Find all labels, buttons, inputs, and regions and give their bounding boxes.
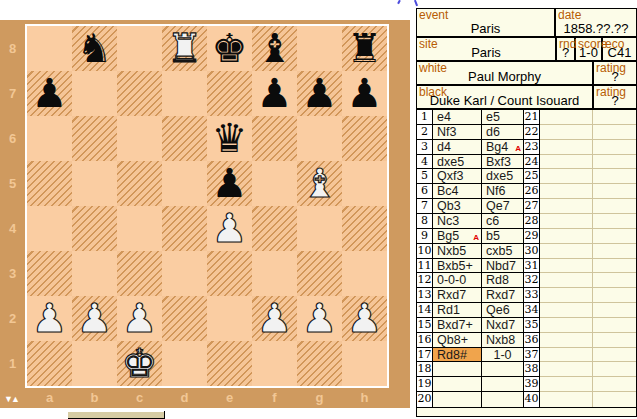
move-number-text: 24 xyxy=(525,155,539,168)
move-white[interactable] xyxy=(540,169,593,184)
header-row-black: black Duke Karl / Count Isouard rating ? xyxy=(417,86,636,110)
square-f2[interactable]: ♟ xyxy=(252,296,297,341)
move-number-text: 36 xyxy=(525,333,539,346)
event-value: Paris xyxy=(417,22,554,35)
move-black[interactable]: Nxd7 xyxy=(482,318,524,333)
move-white[interactable]: 0-0-0 xyxy=(433,273,482,288)
square-g2[interactable]: ♟ xyxy=(297,296,342,341)
move-white-text: Rd1 xyxy=(437,303,460,317)
square-g5[interactable]: ♝ xyxy=(297,161,342,206)
rank-label: 2 xyxy=(0,296,25,341)
piece-black-rook[interactable]: ♜ xyxy=(342,26,387,71)
file-label: a xyxy=(27,388,72,408)
move-black[interactable] xyxy=(593,348,636,363)
move-number: 28 xyxy=(524,214,540,229)
square-e1[interactable] xyxy=(207,341,252,386)
move-black-text: b5 xyxy=(486,229,500,243)
move-number: 4 xyxy=(417,155,433,170)
chess-board: ♞♜♚♝♜♟♟♟♟♛♟♝♟♟♟♟♟♟♟♚ xyxy=(25,24,389,388)
move-number: 18 xyxy=(417,362,433,377)
move-black[interactable] xyxy=(593,392,636,407)
move-white[interactable] xyxy=(540,333,593,348)
square-c4[interactable] xyxy=(117,206,162,251)
piece-black-pawn[interactable]: ♟ xyxy=(207,161,252,206)
flip-board-icon[interactable]: ▼▲ xyxy=(4,394,18,404)
move-number: 29 xyxy=(524,229,540,244)
rank-label: 5 xyxy=(0,161,25,206)
move-number: 35 xyxy=(524,318,540,333)
piece-black-knight[interactable]: ♞ xyxy=(72,26,117,71)
move-black[interactable]: Bxf3 xyxy=(482,155,524,170)
square-c5[interactable] xyxy=(117,161,162,206)
square-g3[interactable] xyxy=(297,251,342,296)
square-h5[interactable] xyxy=(342,161,387,206)
square-b2[interactable]: ♟ xyxy=(72,296,117,341)
move-white[interactable]: Nc3 xyxy=(433,214,482,229)
piece-black-queen[interactable]: ♛ xyxy=(207,116,252,161)
move-black[interactable]: cxb5 xyxy=(482,244,524,259)
move-white[interactable] xyxy=(540,110,593,125)
square-c1[interactable]: ♚ xyxy=(117,341,162,386)
move-number-text: 4 xyxy=(421,155,428,168)
move-white[interactable] xyxy=(433,377,482,392)
square-g1[interactable] xyxy=(297,341,342,386)
move-number: 17 xyxy=(417,348,433,363)
move-number: 1 xyxy=(417,110,433,125)
square-b8[interactable]: ♞ xyxy=(72,26,117,71)
move-white-text: Bxd7+ xyxy=(437,318,473,332)
square-b7[interactable] xyxy=(72,71,117,116)
move-black[interactable]: b5 xyxy=(482,229,524,244)
move-black-text: Nf6 xyxy=(486,184,505,198)
square-a8[interactable] xyxy=(27,26,72,71)
move-black-text: Bxf3 xyxy=(486,155,511,169)
square-e2[interactable] xyxy=(207,296,252,341)
move-number: 25 xyxy=(524,169,540,184)
move-black[interactable] xyxy=(593,244,636,259)
square-h6[interactable] xyxy=(342,116,387,161)
square-c7[interactable] xyxy=(117,71,162,116)
event-field[interactable]: event Paris xyxy=(417,9,554,36)
move-white[interactable]: Bxb5+ xyxy=(433,259,482,274)
file-label: g xyxy=(297,388,342,408)
move-black[interactable]: Qe7 xyxy=(482,199,524,214)
move-number-text: 29 xyxy=(525,229,539,242)
move-white[interactable]: e4 xyxy=(433,110,482,125)
move-black-text: c6 xyxy=(486,214,499,228)
square-e7[interactable] xyxy=(207,71,252,116)
move-white-text: dxe5 xyxy=(437,155,464,169)
move-number-text: 34 xyxy=(525,303,539,316)
move-white[interactable]: Qb8+ xyxy=(433,333,482,348)
move-black[interactable] xyxy=(593,169,636,184)
white-rating-label: rating xyxy=(596,62,626,74)
piece-black-pawn[interactable]: ♟ xyxy=(27,71,72,116)
move-black[interactable]: 1-0 xyxy=(482,348,524,363)
move-white[interactable] xyxy=(433,362,482,377)
piece-black-bishop[interactable]: ♝ xyxy=(252,26,297,71)
white-rating-field[interactable]: rating ? xyxy=(592,62,636,84)
move-white[interactable]: d4 xyxy=(433,140,482,155)
header-row-site: site Paris rnd ? score 1-0 eco C41 xyxy=(417,38,636,62)
move-black[interactable] xyxy=(593,214,636,229)
square-b4[interactable] xyxy=(72,206,117,251)
site-field[interactable]: site Paris xyxy=(417,38,555,60)
date-label: date xyxy=(558,9,581,21)
date-field[interactable]: date 1858.??.?? xyxy=(554,9,636,36)
square-g4[interactable] xyxy=(297,206,342,251)
move-black[interactable]: Nbd7 xyxy=(482,259,524,274)
move-number: 33 xyxy=(524,288,540,303)
black-player-field[interactable]: black Duke Karl / Count Isouard xyxy=(417,86,592,108)
square-f8[interactable]: ♝ xyxy=(252,26,297,71)
square-d5[interactable] xyxy=(162,161,207,206)
move-black-text: Rxd7 xyxy=(486,288,515,302)
move-white-text: Nxb5 xyxy=(437,244,466,258)
black-rating-label: rating xyxy=(596,86,626,98)
square-a5[interactable] xyxy=(27,161,72,206)
square-h4[interactable] xyxy=(342,206,387,251)
clipped-button-top[interactable] xyxy=(68,412,164,419)
piece-white-bishop[interactable]: ♝ xyxy=(297,161,342,206)
file-label: h xyxy=(342,388,387,408)
move-white[interactable] xyxy=(540,318,593,333)
move-number: 20 xyxy=(417,392,433,407)
move-number: 39 xyxy=(524,377,540,392)
move-number: 8 xyxy=(417,214,433,229)
move-white-text: Qxf3 xyxy=(437,169,463,183)
move-white[interactable] xyxy=(540,229,593,244)
white-player-field[interactable]: white Paul Morphy xyxy=(417,62,592,84)
move-number-text: 38 xyxy=(525,362,539,375)
move-black[interactable] xyxy=(593,259,636,274)
move-number-text: 28 xyxy=(525,214,539,227)
move-black-text: Nxd7 xyxy=(486,318,515,332)
move-number-text: 16 xyxy=(418,333,432,346)
piece-white-pawn[interactable]: ♟ xyxy=(27,296,72,341)
move-white[interactable] xyxy=(540,273,593,288)
move-black[interactable]: e5 xyxy=(482,110,524,125)
move-number-text: 3 xyxy=(421,140,428,153)
square-h3[interactable] xyxy=(342,251,387,296)
eco-field[interactable]: eco C41 xyxy=(601,38,636,60)
rank-label: 4 xyxy=(0,206,25,251)
move-number-text: 20 xyxy=(418,392,432,405)
move-black[interactable] xyxy=(593,199,636,214)
file-labels: abcdefgh xyxy=(27,388,387,408)
piece-black-pawn[interactable]: ♟ xyxy=(252,71,297,116)
square-b5[interactable] xyxy=(72,161,117,206)
event-label: event xyxy=(419,9,448,21)
move-number: 9 xyxy=(417,229,433,244)
chess-board-frame: 87654321 ♞♜♚♝♜♟♟♟♟♛♟♝♟♟♟♟♟♟♟♚ abcdefgh ▼… xyxy=(0,20,410,408)
square-c3[interactable] xyxy=(117,251,162,296)
round-field[interactable]: rnd ? xyxy=(555,38,574,60)
square-h7[interactable]: ♟ xyxy=(342,71,387,116)
move-number: 19 xyxy=(417,377,433,392)
date-value: 1858.??.?? xyxy=(556,22,636,35)
move-number: 27 xyxy=(524,199,540,214)
move-number: 15 xyxy=(417,318,433,333)
move-black[interactable] xyxy=(482,392,524,407)
square-d2[interactable] xyxy=(162,296,207,341)
move-number-text: 12 xyxy=(418,273,432,286)
move-white[interactable] xyxy=(433,392,482,407)
square-a6[interactable] xyxy=(27,116,72,161)
move-number-text: 19 xyxy=(418,377,432,390)
square-g6[interactable] xyxy=(297,116,342,161)
move-black[interactable] xyxy=(593,229,636,244)
move-number-text: 18 xyxy=(418,362,432,375)
move-black[interactable] xyxy=(593,140,636,155)
move-white-text: 0-0-0 xyxy=(437,273,466,287)
move-white-text: Bc4 xyxy=(437,184,459,198)
square-e8[interactable]: ♚ xyxy=(207,26,252,71)
header-row-white: white Paul Morphy rating ? xyxy=(417,62,636,86)
move-white[interactable]: Bxd7+ xyxy=(433,318,482,333)
move-white[interactable] xyxy=(540,244,593,259)
move-black[interactable]: Nxb8 xyxy=(482,333,524,348)
move-black[interactable] xyxy=(593,288,636,303)
move-number-text: 32 xyxy=(525,273,539,286)
move-black[interactable] xyxy=(593,377,636,392)
rank-label: 7 xyxy=(0,71,25,116)
piece-black-pawn[interactable]: ♟ xyxy=(297,71,342,116)
move-black[interactable] xyxy=(482,362,524,377)
move-white[interactable] xyxy=(540,303,593,318)
move-white[interactable] xyxy=(540,140,593,155)
move-black[interactable] xyxy=(593,184,636,199)
file-label: f xyxy=(252,388,297,408)
move-black[interactable]: Bg4A xyxy=(482,140,524,155)
move-black[interactable]: d6 xyxy=(482,125,524,140)
move-white[interactable]: Bg5A xyxy=(433,229,482,244)
move-white-text: e4 xyxy=(437,110,451,124)
move-number: 3 xyxy=(417,140,433,155)
move-number-text: 22 xyxy=(525,125,539,138)
move-number-text: 6 xyxy=(421,184,428,197)
move-black-text: Nxb8 xyxy=(486,333,515,347)
move-number: 5 xyxy=(417,169,433,184)
move-white[interactable]: Qxf3 xyxy=(433,169,482,184)
move-black[interactable]: c6 xyxy=(482,214,524,229)
move-black-text: Rd8 xyxy=(486,273,509,287)
move-black[interactable] xyxy=(593,125,636,140)
move-white-text: Rd8# xyxy=(437,348,467,362)
move-number-text: 8 xyxy=(421,214,428,227)
move-number: 14 xyxy=(417,303,433,318)
move-black-text: Nbd7 xyxy=(486,259,516,273)
square-a1[interactable] xyxy=(27,341,72,386)
move-white[interactable] xyxy=(540,184,593,199)
move-white[interactable]: Nf3 xyxy=(433,125,482,140)
square-c2[interactable]: ♟ xyxy=(117,296,162,341)
move-black[interactable] xyxy=(593,362,636,377)
square-c8[interactable] xyxy=(117,26,162,71)
white-label: white xyxy=(419,62,447,74)
piece-white-pawn[interactable]: ♟ xyxy=(342,296,387,341)
square-e6[interactable]: ♛ xyxy=(207,116,252,161)
move-black-text: 1-0 xyxy=(493,348,511,362)
annotation-marker: A xyxy=(473,234,479,242)
piece-white-pawn[interactable]: ♟ xyxy=(297,296,342,341)
square-b1[interactable] xyxy=(72,341,117,386)
move-number: 7 xyxy=(417,199,433,214)
move-number-text: 9 xyxy=(421,229,428,242)
move-number-text: 31 xyxy=(525,259,539,272)
move-white[interactable]: Qb3 xyxy=(433,199,482,214)
move-black[interactable] xyxy=(482,377,524,392)
square-f7[interactable]: ♟ xyxy=(252,71,297,116)
move-number-text: 5 xyxy=(421,169,428,182)
move-black-text: d6 xyxy=(486,125,500,139)
move-black-text: Qe7 xyxy=(486,199,510,213)
score-field[interactable]: score 1-0 xyxy=(574,38,601,60)
move-black-text: dxe5 xyxy=(486,169,513,183)
move-number: 34 xyxy=(524,303,540,318)
move-number-text: 7 xyxy=(421,199,428,212)
move-white[interactable] xyxy=(540,392,593,407)
square-h2[interactable]: ♟ xyxy=(342,296,387,341)
move-number: 37 xyxy=(524,348,540,363)
move-number-text: 1 xyxy=(421,110,428,123)
move-white[interactable] xyxy=(540,377,593,392)
move-number: 24 xyxy=(524,155,540,170)
move-number: 36 xyxy=(524,333,540,348)
move-number: 16 xyxy=(417,333,433,348)
square-f1[interactable] xyxy=(252,341,297,386)
move-number: 40 xyxy=(524,392,540,407)
move-black[interactable] xyxy=(593,318,636,333)
blue-artifact xyxy=(414,0,418,6)
piece-black-king[interactable]: ♚ xyxy=(207,26,252,71)
square-e3[interactable] xyxy=(207,251,252,296)
move-list: 1e4e5212Nf3d6223d4Bg4A234dxe5Bxf3245Qxf3… xyxy=(417,110,636,408)
move-black[interactable]: Qe6 xyxy=(482,303,524,318)
square-e5[interactable]: ♟ xyxy=(207,161,252,206)
move-number: 6 xyxy=(417,184,433,199)
move-white-text: Qb3 xyxy=(437,199,461,213)
move-black[interactable]: Rxd7 xyxy=(482,288,524,303)
round-label: rnd xyxy=(559,38,576,50)
move-black-text: e5 xyxy=(486,110,500,124)
square-g7[interactable]: ♟ xyxy=(297,71,342,116)
move-black[interactable] xyxy=(593,155,636,170)
move-black[interactable] xyxy=(593,110,636,125)
rank-label: 1 xyxy=(0,341,25,386)
square-d3[interactable] xyxy=(162,251,207,296)
piece-white-pawn[interactable]: ♟ xyxy=(207,206,252,251)
square-d8[interactable]: ♜ xyxy=(162,26,207,71)
move-white[interactable] xyxy=(540,348,593,363)
move-number-text: 40 xyxy=(525,392,539,405)
move-black[interactable] xyxy=(593,273,636,288)
move-white[interactable]: Nxb5 xyxy=(433,244,482,259)
move-white[interactable] xyxy=(540,288,593,303)
move-number-text: 39 xyxy=(525,377,539,390)
square-f5[interactable] xyxy=(252,161,297,206)
move-white-text: Bg5 xyxy=(437,229,459,243)
move-number: 22 xyxy=(524,125,540,140)
square-f3[interactable] xyxy=(252,251,297,296)
square-e4[interactable]: ♟ xyxy=(207,206,252,251)
move-number: 26 xyxy=(524,184,540,199)
square-a7[interactable]: ♟ xyxy=(27,71,72,116)
square-d7[interactable] xyxy=(162,71,207,116)
move-number: 30 xyxy=(524,244,540,259)
square-f4[interactable] xyxy=(252,206,297,251)
move-number-text: 17 xyxy=(418,348,432,361)
move-number-text: 2 xyxy=(421,125,428,138)
move-white[interactable]: dxe5 xyxy=(433,155,482,170)
move-white[interactable] xyxy=(540,125,593,140)
square-g8[interactable] xyxy=(297,26,342,71)
piece-white-pawn[interactable]: ♟ xyxy=(117,296,162,341)
square-a2[interactable]: ♟ xyxy=(27,296,72,341)
move-white-text: Qb8+ xyxy=(437,333,468,347)
square-a3[interactable] xyxy=(27,251,72,296)
move-number: 31 xyxy=(524,259,540,274)
piece-black-pawn[interactable]: ♟ xyxy=(342,71,387,116)
move-black[interactable] xyxy=(593,333,636,348)
move-number: 32 xyxy=(524,273,540,288)
move-black[interactable]: Rd8 xyxy=(482,273,524,288)
move-white[interactable]: Rxd7 xyxy=(433,288,482,303)
move-white[interactable]: Rd1 xyxy=(433,303,482,318)
move-white[interactable]: Rd8# xyxy=(433,348,482,363)
move-black[interactable] xyxy=(593,303,636,318)
square-h8[interactable]: ♜ xyxy=(342,26,387,71)
move-white[interactable] xyxy=(540,214,593,229)
eco-label: eco xyxy=(605,38,624,50)
square-d4[interactable] xyxy=(162,206,207,251)
square-f6[interactable] xyxy=(252,116,297,161)
piece-white-pawn[interactable]: ♟ xyxy=(252,296,297,341)
move-number: 2 xyxy=(417,125,433,140)
move-black[interactable]: Nf6 xyxy=(482,184,524,199)
move-number: 21 xyxy=(524,110,540,125)
square-d6[interactable] xyxy=(162,116,207,161)
rank-label: 8 xyxy=(0,26,25,71)
move-white-text: Nf3 xyxy=(437,125,456,139)
move-number-text: 30 xyxy=(525,244,539,257)
square-b3[interactable] xyxy=(72,251,117,296)
move-white[interactable] xyxy=(540,259,593,274)
square-d1[interactable] xyxy=(162,341,207,386)
square-h1[interactable] xyxy=(342,341,387,386)
move-black[interactable]: dxe5 xyxy=(482,169,524,184)
square-a4[interactable] xyxy=(27,206,72,251)
move-black-text: Bg4 xyxy=(486,140,508,154)
file-label: c xyxy=(117,388,162,408)
piece-white-pawn[interactable]: ♟ xyxy=(72,296,117,341)
header-row-event: event Paris date 1858.??.?? xyxy=(417,9,636,38)
move-white[interactable] xyxy=(540,199,593,214)
move-black-text: cxb5 xyxy=(486,244,512,258)
square-c6[interactable] xyxy=(117,116,162,161)
piece-white-king[interactable]: ♚ xyxy=(117,341,162,386)
move-white[interactable]: Bc4 xyxy=(433,184,482,199)
square-b6[interactable] xyxy=(72,116,117,161)
file-label: e xyxy=(207,388,252,408)
piece-white-rook[interactable]: ♜ xyxy=(162,26,207,71)
black-rating-field[interactable]: rating ? xyxy=(592,86,636,108)
move-number: 11 xyxy=(417,259,433,274)
move-number: 38 xyxy=(524,362,540,377)
move-number: 10 xyxy=(417,244,433,259)
move-white[interactable] xyxy=(540,362,593,377)
move-white[interactable] xyxy=(540,155,593,170)
